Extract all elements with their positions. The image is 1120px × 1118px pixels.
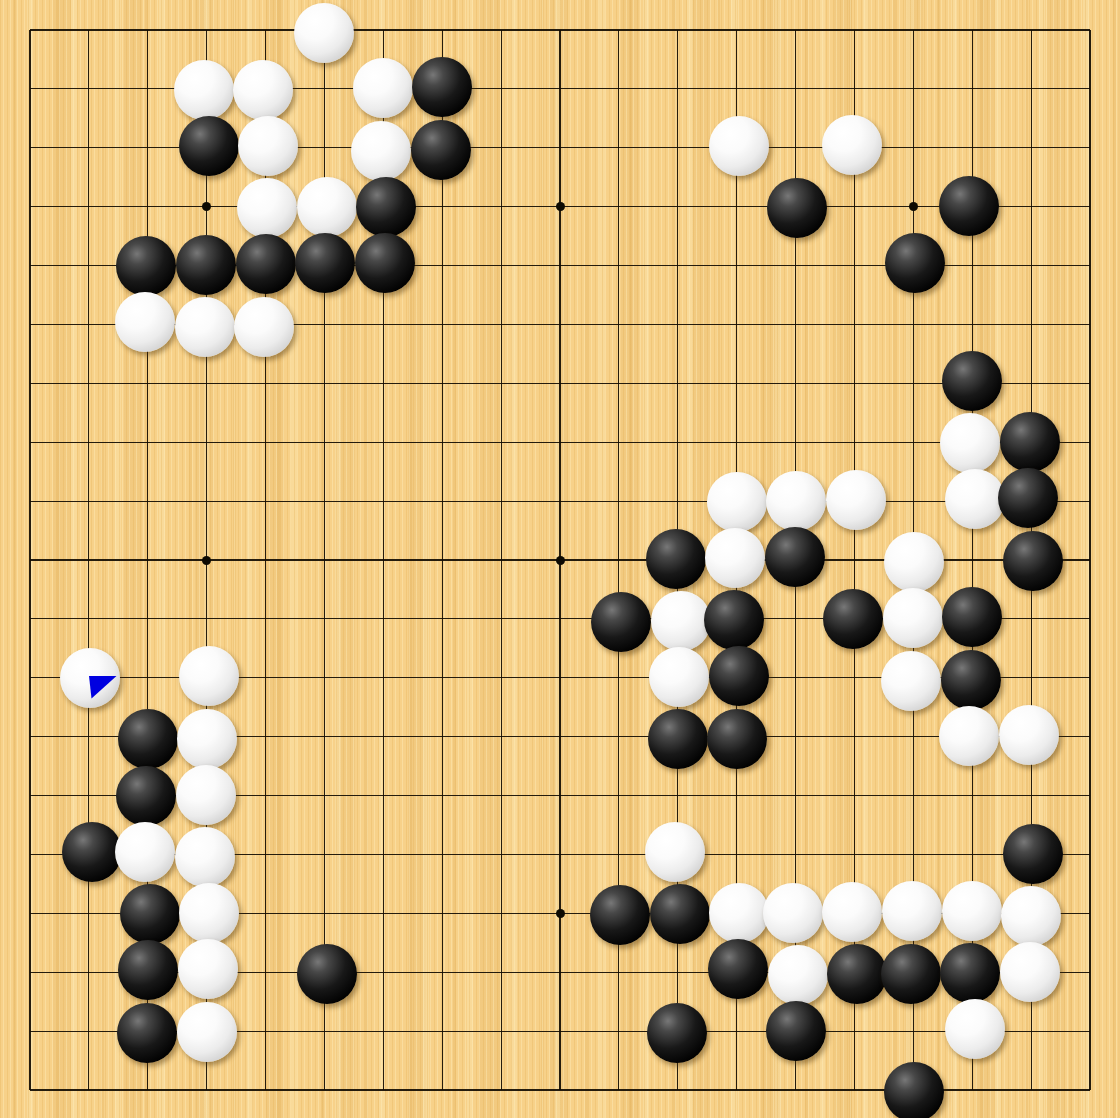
star-point (556, 556, 565, 565)
stone-black (766, 1001, 826, 1061)
stone-black (823, 589, 883, 649)
stone-black (118, 940, 178, 1000)
stone-white (766, 471, 826, 531)
stone-white (709, 883, 769, 943)
stone-black (179, 116, 239, 176)
stone-black (118, 709, 178, 769)
stone-black (884, 1062, 944, 1118)
stone-black (62, 822, 122, 882)
stone-white (881, 651, 941, 711)
stone-white (238, 116, 298, 176)
stone-white (175, 827, 235, 887)
stone-black (704, 590, 764, 650)
stone-black (116, 236, 176, 296)
triangle-marker-icon (60, 648, 120, 708)
stone-black (707, 709, 767, 769)
stone-black (295, 233, 355, 293)
stone-black (116, 766, 176, 826)
stone-white (177, 709, 237, 769)
stone-black (297, 944, 357, 1004)
stone-black (940, 943, 1000, 1003)
stone-black (411, 120, 471, 180)
stone-white (645, 822, 705, 882)
stone-white (707, 472, 767, 532)
stone-white (882, 881, 942, 941)
stone-black (708, 939, 768, 999)
stone-black (355, 233, 415, 293)
stone-black (591, 592, 651, 652)
stone-black (120, 884, 180, 944)
stone-white (233, 60, 293, 120)
stone-black (998, 468, 1058, 528)
stone-black (1000, 412, 1060, 472)
stone-white (939, 706, 999, 766)
stone-white (351, 121, 411, 181)
stone-white (294, 3, 354, 63)
stone-white (177, 1002, 237, 1062)
stone-black (647, 1003, 707, 1063)
stone-black (942, 351, 1002, 411)
stone-black (648, 709, 708, 769)
stone-white (763, 883, 823, 943)
stone-black (881, 944, 941, 1004)
stone-black (646, 529, 706, 589)
stone-white (115, 292, 175, 352)
stone-white (1000, 942, 1060, 1002)
star-point (556, 909, 565, 918)
stone-black (885, 233, 945, 293)
stone-black (767, 178, 827, 238)
stone-black (941, 650, 1001, 710)
star-point (202, 556, 211, 565)
stone-white (174, 60, 234, 120)
stone-white (945, 469, 1005, 529)
stone-white (297, 177, 357, 237)
stone-white (709, 116, 769, 176)
stone-black (356, 177, 416, 237)
stone-white (884, 532, 944, 592)
stone-white (115, 822, 175, 882)
stone-white (942, 881, 1002, 941)
stone-black (765, 527, 825, 587)
stone-white (175, 297, 235, 357)
stone-black (709, 646, 769, 706)
go-board[interactable] (0, 0, 1120, 1118)
stone-white (651, 591, 711, 651)
stone-black (176, 235, 236, 295)
grid-line (1089, 30, 1090, 1090)
stone-black (942, 587, 1002, 647)
stone-white (1001, 886, 1061, 946)
stone-black (939, 176, 999, 236)
stone-white (179, 883, 239, 943)
stone-white (353, 58, 413, 118)
stone-white (822, 115, 882, 175)
stone-white (822, 882, 882, 942)
star-point (556, 202, 565, 211)
stone-black (1003, 531, 1063, 591)
stone-white (826, 470, 886, 530)
stone-white (705, 528, 765, 588)
stone-black (117, 1003, 177, 1063)
stone-white (945, 999, 1005, 1059)
stone-white (178, 939, 238, 999)
stone-white (768, 945, 828, 1005)
stone-black (1003, 824, 1063, 884)
stone-white (179, 646, 239, 706)
stone-black (236, 234, 296, 294)
star-point (202, 202, 211, 211)
stone-white (883, 588, 943, 648)
stone-white (237, 178, 297, 238)
star-point (909, 202, 918, 211)
stone-black (590, 885, 650, 945)
stone-white (999, 705, 1059, 765)
stone-black (827, 944, 887, 1004)
stone-black (412, 57, 472, 117)
stone-white (940, 413, 1000, 473)
stone-white (234, 297, 294, 357)
stone-white (649, 647, 709, 707)
last-move-stone-white (60, 648, 120, 708)
stone-white (176, 765, 236, 825)
stone-black (650, 884, 710, 944)
